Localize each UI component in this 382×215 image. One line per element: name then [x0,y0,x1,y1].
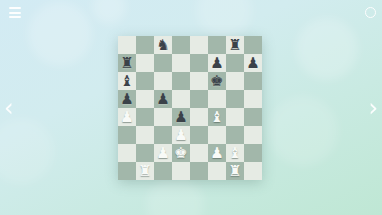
square-d4[interactable]: ♟ [172,108,190,126]
piece-white-pawn[interactable]: ♟ [120,110,133,125]
square-c7[interactable] [154,54,172,72]
square-b2[interactable] [136,144,154,162]
square-d8[interactable] [172,36,190,54]
square-c5[interactable]: ♟ [154,90,172,108]
square-g5[interactable] [226,90,244,108]
square-e8[interactable] [190,36,208,54]
previous-puzzle-button[interactable]: ‹ [2,95,16,119]
square-a8[interactable] [118,36,136,54]
piece-black-pawn[interactable]: ♟ [174,110,187,125]
square-c1[interactable] [154,162,172,180]
bokeh-circle [0,118,54,184]
square-h7[interactable]: ♟ [244,54,262,72]
hamburger-icon [9,7,21,9]
app-screen: ‹ › ♞♜♜♟♟♝♚♟♟♟♟♝♟♟♚♟♝♜♜ [0,0,382,215]
square-d3[interactable]: ♟ [172,126,190,144]
piece-black-pawn[interactable]: ♟ [120,92,133,107]
circle-icon [365,7,376,18]
square-b3[interactable] [136,126,154,144]
square-b6[interactable] [136,72,154,90]
square-f3[interactable] [208,126,226,144]
bokeh-circle [28,2,92,66]
piece-white-pawn[interactable]: ♟ [156,146,169,161]
square-f4[interactable]: ♝ [208,108,226,126]
square-b8[interactable] [136,36,154,54]
square-a3[interactable] [118,126,136,144]
square-g2[interactable]: ♝ [226,144,244,162]
square-e1[interactable] [190,162,208,180]
piece-black-bishop[interactable]: ♝ [120,74,133,89]
menu-button[interactable] [7,5,23,19]
square-b5[interactable] [136,90,154,108]
square-a1[interactable] [118,162,136,180]
piece-white-king[interactable]: ♚ [174,146,187,161]
piece-black-pawn[interactable]: ♟ [210,56,223,71]
bokeh-circle [268,96,338,166]
square-b4[interactable] [136,108,154,126]
square-a7[interactable]: ♜ [118,54,136,72]
square-g8[interactable]: ♜ [226,36,244,54]
square-h8[interactable] [244,36,262,54]
square-c8[interactable]: ♞ [154,36,172,54]
square-f8[interactable] [208,36,226,54]
square-a4[interactable]: ♟ [118,108,136,126]
square-h6[interactable] [244,72,262,90]
piece-white-rook[interactable]: ♜ [228,164,241,179]
square-e7[interactable] [190,54,208,72]
square-h2[interactable] [244,144,262,162]
square-h5[interactable] [244,90,262,108]
square-c6[interactable] [154,72,172,90]
square-d2[interactable]: ♚ [172,144,190,162]
piece-white-bishop[interactable]: ♝ [228,146,241,161]
square-e6[interactable] [190,72,208,90]
square-f2[interactable]: ♟ [208,144,226,162]
square-e3[interactable] [190,126,208,144]
piece-white-rook[interactable]: ♜ [138,164,151,179]
square-e5[interactable] [190,90,208,108]
square-f1[interactable] [208,162,226,180]
square-a2[interactable] [118,144,136,162]
piece-black-rook[interactable]: ♜ [228,38,241,53]
bokeh-circle [92,0,126,24]
square-a5[interactable]: ♟ [118,90,136,108]
square-c3[interactable] [154,126,172,144]
piece-black-pawn[interactable]: ♟ [156,92,169,107]
bokeh-circle [146,176,204,215]
square-g1[interactable]: ♜ [226,162,244,180]
piece-black-rook[interactable]: ♜ [120,56,133,71]
piece-black-knight[interactable]: ♞ [156,38,169,53]
bokeh-circle [296,18,358,80]
square-a6[interactable]: ♝ [118,72,136,90]
square-h4[interactable] [244,108,262,126]
square-c4[interactable] [154,108,172,126]
square-g4[interactable] [226,108,244,126]
square-f5[interactable] [208,90,226,108]
square-g6[interactable] [226,72,244,90]
square-b1[interactable]: ♜ [136,162,154,180]
square-d6[interactable] [172,72,190,90]
square-d5[interactable] [172,90,190,108]
piece-white-pawn[interactable]: ♟ [210,146,223,161]
next-puzzle-button[interactable]: › [366,95,380,119]
piece-white-bishop[interactable]: ♝ [210,110,223,125]
square-h3[interactable] [244,126,262,144]
square-d7[interactable] [172,54,190,72]
square-d1[interactable] [172,162,190,180]
square-h1[interactable] [244,162,262,180]
square-g3[interactable] [226,126,244,144]
bokeh-circle [196,0,252,38]
piece-black-pawn[interactable]: ♟ [246,56,259,71]
square-e2[interactable] [190,144,208,162]
square-b7[interactable] [136,54,154,72]
square-f6[interactable]: ♚ [208,72,226,90]
square-e4[interactable] [190,108,208,126]
piece-black-king[interactable]: ♚ [210,74,223,89]
piece-white-pawn[interactable]: ♟ [174,128,187,143]
top-right-button[interactable] [363,5,377,19]
square-f7[interactable]: ♟ [208,54,226,72]
square-c2[interactable]: ♟ [154,144,172,162]
square-g7[interactable] [226,54,244,72]
chess-board: ♞♜♜♟♟♝♚♟♟♟♟♝♟♟♚♟♝♜♜ [118,36,262,180]
